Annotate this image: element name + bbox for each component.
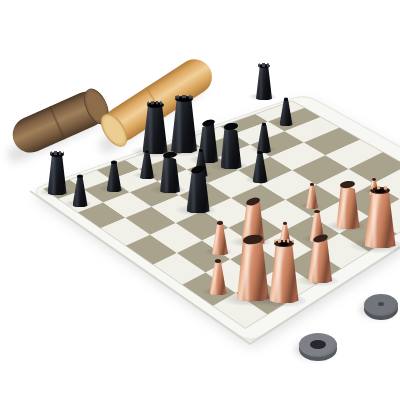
chess-board <box>0 0 400 400</box>
board-squares <box>43 101 400 329</box>
chess-set-product-photo <box>0 0 400 400</box>
